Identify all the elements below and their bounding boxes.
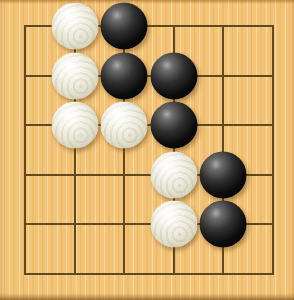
black-stone[interactable]: [101, 3, 148, 50]
white-stone[interactable]: [150, 201, 197, 248]
black-stone[interactable]: [200, 201, 247, 248]
white-stone[interactable]: [51, 52, 98, 99]
black-stone[interactable]: [150, 102, 197, 149]
black-stone[interactable]: [101, 52, 148, 99]
white-stone[interactable]: [51, 3, 98, 50]
white-stone[interactable]: [150, 151, 197, 198]
white-stone[interactable]: [101, 102, 148, 149]
black-stone[interactable]: [150, 52, 197, 99]
black-stone[interactable]: [200, 151, 247, 198]
go-board[interactable]: [0, 0, 294, 300]
white-stone[interactable]: [51, 102, 98, 149]
